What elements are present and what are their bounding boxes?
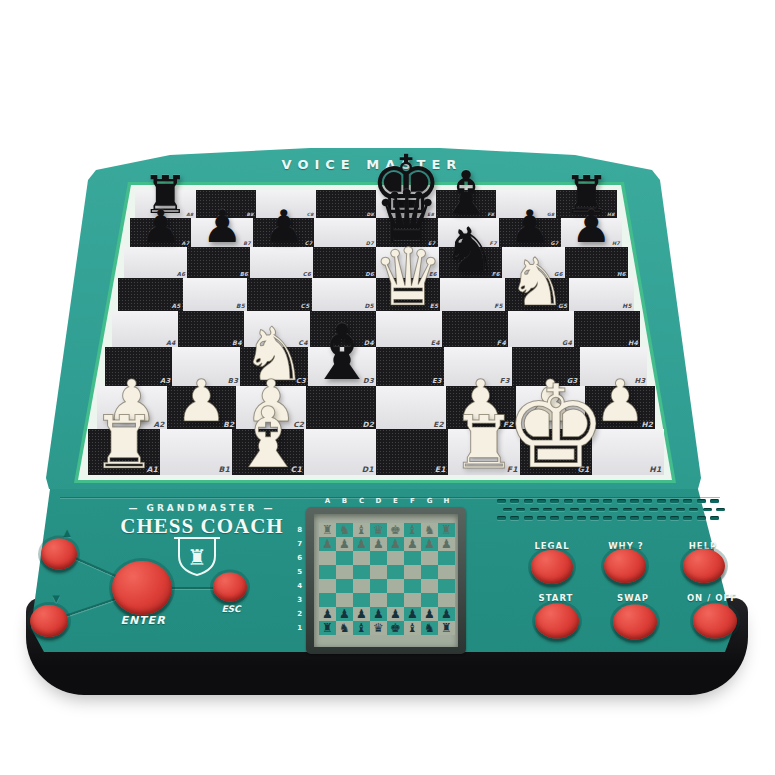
board-rank-7: A7B7C7D7E7F7G7H7: [130, 218, 622, 247]
square-coordinate: H8: [607, 213, 615, 218]
lcd-square-d2: ♟: [370, 607, 387, 621]
lcd-square-c4: [353, 579, 370, 593]
speaker-dash: [577, 516, 586, 520]
board-rank-3: A3B3C3D3E3F3G3H3: [105, 347, 648, 386]
speaker-dash: [577, 499, 586, 503]
square-coordinate: F3: [500, 378, 510, 385]
square-coordinate: D2: [362, 421, 374, 428]
square-coordinate: E4: [431, 340, 440, 346]
lcd-rank-label-1: 1: [292, 624, 302, 632]
lcd-file-label-b: B: [342, 497, 347, 505]
square-coordinate: E1: [435, 466, 446, 474]
speaker-dash: [617, 499, 626, 503]
square-a6[interactable]: A6: [124, 247, 187, 278]
speaker-dash: [543, 508, 552, 512]
lcd-piece-white-pawn: ♟: [373, 607, 384, 621]
lcd-square-g6: [421, 551, 438, 565]
square-coordinate: C3: [296, 378, 306, 385]
square-c6[interactable]: C6: [250, 247, 313, 278]
square-d5[interactable]: D5: [312, 278, 376, 311]
square-coordinate: F6: [492, 272, 500, 277]
lcd-square-f3: [404, 593, 421, 607]
lcd-piece-white-bishop: ♝: [407, 621, 418, 635]
lcd-square-h1: ♜: [438, 621, 455, 635]
lcd-square-g2: ♟: [421, 607, 438, 621]
lcd-square-d1: ♛: [370, 621, 387, 635]
square-coordinate: G8: [547, 213, 554, 218]
square-a7[interactable]: A7: [130, 218, 192, 247]
lcd-square-c8: ♝: [353, 523, 370, 537]
lcd-piece-black-bishop: ♝: [407, 523, 418, 537]
lcd-piece-white-rook: ♜: [441, 621, 452, 635]
lcd-square-a8: ♜: [319, 523, 336, 537]
square-coordinate: G4: [562, 340, 572, 346]
speaker-dash: [697, 516, 706, 520]
square-g4[interactable]: G4: [508, 311, 574, 347]
square-coordinate: H4: [628, 340, 638, 346]
square-coordinate: E7: [428, 241, 435, 246]
square-a3[interactable]: A3: [105, 347, 173, 386]
square-coordinate: B1: [218, 466, 230, 474]
speaker-dash: [550, 499, 559, 503]
lcd-square-e2: ♟: [387, 607, 404, 621]
square-d4[interactable]: D4: [310, 311, 376, 347]
speaker-dash: [564, 499, 573, 503]
speaker-dash: [630, 516, 639, 520]
square-coordinate: B3: [228, 378, 238, 385]
why-button[interactable]: [604, 549, 646, 583]
square-coordinate: G5: [558, 304, 567, 310]
lcd-piece-white-pawn: ♟: [441, 607, 452, 621]
lcd-square-b6: [336, 551, 353, 565]
speaker-dash: [657, 516, 666, 520]
lcd-file-label-g: G: [427, 497, 433, 505]
lcd-piece-white-pawn: ♟: [339, 607, 350, 621]
lcd-square-e4: [387, 579, 404, 593]
speaker-dash: [643, 516, 652, 520]
square-coordinate: H6: [617, 272, 626, 277]
lcd-file-label-f: F: [410, 497, 415, 505]
square-coordinate: B5: [236, 304, 245, 310]
speaker-dash: [617, 516, 626, 520]
lcd-square-a4: [319, 579, 336, 593]
lcd-square-f6: [404, 551, 421, 565]
square-b2[interactable]: B2: [167, 386, 237, 429]
square-f4[interactable]: F4: [442, 311, 508, 347]
swap-label: SWAP: [617, 593, 649, 603]
square-e5[interactable]: E5: [376, 278, 440, 311]
lcd-file-label-c: C: [359, 497, 364, 505]
square-coordinate: G1: [577, 466, 589, 474]
lcd-piece-white-pawn: ♟: [356, 607, 367, 621]
speaker-dash: [623, 508, 632, 512]
lcd-square-e7: ♟: [387, 537, 404, 551]
square-f5[interactable]: F5: [440, 278, 504, 311]
square-d6[interactable]: D6: [313, 247, 376, 278]
speaker-dash: [497, 516, 506, 520]
board-rank-4: A4B4C4D4E4F4G4H4: [112, 311, 641, 347]
square-b1[interactable]: B1: [160, 429, 232, 475]
square-h4[interactable]: H4: [574, 311, 640, 347]
square-coordinate: A1: [146, 466, 158, 474]
square-h7[interactable]: H7: [561, 218, 623, 247]
board-rank-2: A2B2C2D2E2F2G2H2: [97, 386, 655, 429]
lcd-piece-black-pawn: ♟: [424, 537, 435, 551]
square-e8[interactable]: E8: [376, 190, 436, 218]
square-coordinate: D3: [363, 378, 374, 385]
lcd-square-e8: ♚: [387, 523, 404, 537]
square-e3[interactable]: E3: [376, 347, 444, 386]
lcd-piece-white-knight: ♞: [339, 621, 350, 635]
lcd-square-b1: ♞: [336, 621, 353, 635]
lcd-square-h2: ♟: [438, 607, 455, 621]
square-e2[interactable]: E2: [376, 386, 446, 429]
lcd-square-a6: [319, 551, 336, 565]
up-arrow-icon: ▲: [63, 528, 71, 538]
lcd-square-h4: [438, 579, 455, 593]
square-coordinate: E3: [432, 378, 442, 385]
lcd-piece-black-knight: ♞: [339, 523, 350, 537]
square-c2[interactable]: C2: [236, 386, 306, 429]
esc-label: ESC: [221, 604, 240, 614]
lcd-square-d7: ♟: [370, 537, 387, 551]
lcd-square-b7: ♟: [336, 537, 353, 551]
lcd-square-c6: [353, 551, 370, 565]
square-h6[interactable]: H6: [565, 247, 628, 278]
board-rank-1: A1B1C1D1E1F1G1H1: [88, 429, 663, 475]
square-coordinate: H5: [622, 304, 632, 310]
square-e1[interactable]: E1: [376, 429, 448, 475]
square-coordinate: A8: [186, 213, 193, 218]
lcd-square-c3: [353, 593, 370, 607]
lcd-square-a7: ♟: [319, 537, 336, 551]
lcd-square-f1: ♝: [404, 621, 421, 635]
lcd-piece-white-knight: ♞: [424, 621, 435, 635]
square-coordinate: D4: [364, 340, 374, 346]
lcd-piece-white-pawn: ♟: [407, 607, 418, 621]
speaker-dash: [697, 499, 706, 503]
square-b4[interactable]: B4: [178, 311, 244, 347]
speaker-dash: [603, 499, 612, 503]
square-coordinate: C8: [307, 213, 314, 218]
up-button[interactable]: [41, 539, 77, 570]
lcd-square-g8: ♞: [421, 523, 438, 537]
square-d3[interactable]: D3: [308, 347, 376, 386]
speaker-dash: [703, 508, 712, 512]
speaker-dash: [710, 516, 719, 520]
speaker-dash: [676, 508, 685, 512]
speaker-dash: [583, 508, 592, 512]
enter-label: ENTER: [120, 614, 165, 627]
legal-button[interactable]: [531, 550, 573, 584]
speaker-dash: [689, 508, 698, 512]
lcd-rank-label-4: 4: [292, 582, 302, 590]
speaker-dash: [710, 499, 719, 503]
lcd-file-label-d: D: [376, 497, 382, 505]
lcd-square-f5: [404, 565, 421, 579]
square-e6[interactable]: E6: [376, 247, 439, 278]
square-coordinate: H7: [612, 241, 620, 246]
square-coordinate: D1: [362, 466, 374, 474]
lcd-piece-white-king: ♚: [390, 621, 401, 635]
square-coordinate: A2: [153, 421, 164, 428]
lcd-rank-label-7: 7: [292, 540, 302, 548]
square-a1[interactable]: A1: [88, 429, 160, 475]
square-coordinate: D8: [367, 213, 374, 218]
speaker-dash: [550, 516, 559, 520]
square-b3[interactable]: B3: [172, 347, 240, 386]
square-coordinate: B6: [240, 272, 248, 277]
lcd-square-h6: [438, 551, 455, 565]
square-coordinate: F7: [490, 241, 497, 246]
lcd-square-b4: [336, 579, 353, 593]
square-coordinate: H3: [634, 378, 645, 385]
onoff-button[interactable]: [693, 604, 737, 639]
speaker-dash: [649, 508, 658, 512]
board-title: VOICE MASTER: [232, 157, 512, 172]
square-c1[interactable]: C1: [232, 429, 304, 475]
lcd-square-e6: [387, 551, 404, 565]
groove-line: [168, 587, 214, 589]
square-b6[interactable]: B6: [187, 247, 250, 278]
lcd-piece-black-knight: ♞: [424, 523, 435, 537]
speaker-dash: [670, 516, 679, 520]
square-e7[interactable]: E7: [376, 218, 438, 247]
speaker-dash: [503, 508, 512, 512]
board-rank-6: A6B6C6D6E6F6G6H6: [124, 247, 627, 278]
square-f2[interactable]: F2: [446, 386, 516, 429]
down-button[interactable]: [30, 605, 68, 637]
speaker-dash: [596, 508, 605, 512]
square-coordinate: F4: [497, 340, 506, 346]
lcd-square-h8: ♜: [438, 523, 455, 537]
speaker-dash: [530, 508, 539, 512]
lcd-square-f2: ♟: [404, 607, 421, 621]
square-g7[interactable]: G7: [499, 218, 561, 247]
lcd-square-c5: [353, 565, 370, 579]
lcd-square-a5: [319, 565, 336, 579]
square-d7[interactable]: D7: [314, 218, 376, 247]
down-arrow-icon: ▼: [52, 594, 60, 604]
square-coordinate: F5: [494, 304, 503, 310]
square-coordinate: C2: [293, 421, 304, 428]
lcd-file-label-e: E: [393, 497, 398, 505]
square-g2[interactable]: G2: [516, 386, 586, 429]
square-b8[interactable]: B8: [196, 190, 256, 218]
square-d1[interactable]: D1: [304, 429, 376, 475]
lcd-square-h5: [438, 565, 455, 579]
square-coordinate: C6: [303, 272, 311, 277]
square-c3[interactable]: C3: [240, 347, 308, 386]
square-f1[interactable]: F1: [448, 429, 520, 475]
lcd-rank-label-8: 8: [292, 526, 302, 534]
lcd-piece-black-pawn: ♟: [373, 537, 384, 551]
lcd-square-b2: ♟: [336, 607, 353, 621]
square-coordinate: F1: [507, 466, 518, 474]
swap-button[interactable]: [613, 605, 657, 640]
square-coordinate: A7: [182, 241, 190, 246]
lcd-rank-label-2: 2: [292, 610, 302, 618]
speaker-dash: [716, 508, 725, 512]
square-b5[interactable]: B5: [183, 278, 247, 311]
square-coordinate: D7: [366, 241, 374, 246]
lcd-piece-black-pawn: ♟: [390, 537, 401, 551]
lcd-square-h3: [438, 593, 455, 607]
square-coordinate: H1: [649, 466, 661, 474]
speaker-dash: [657, 499, 666, 503]
lcd-square-h7: ♟: [438, 537, 455, 551]
square-d8[interactable]: D8: [316, 190, 376, 218]
speaker-dash: [524, 499, 533, 503]
help-button[interactable]: [683, 549, 725, 583]
square-coordinate: B7: [243, 241, 251, 246]
speaker-dash: [497, 499, 506, 503]
square-g6[interactable]: G6: [502, 247, 565, 278]
square-h5[interactable]: H5: [569, 278, 633, 311]
lcd-piece-black-pawn: ♟: [356, 537, 367, 551]
square-c7[interactable]: C7: [253, 218, 315, 247]
board-rank-8: A8B8C8D8E8F8G8H8: [135, 190, 616, 218]
speaker-dash: [630, 499, 639, 503]
lcd-piece-black-pawn: ♟: [322, 537, 333, 551]
lcd-square-a3: [319, 593, 336, 607]
lcd-piece-black-bishop: ♝: [356, 523, 367, 537]
square-coordinate: C1: [291, 466, 303, 474]
lcd-piece-white-pawn: ♟: [322, 607, 333, 621]
square-h8[interactable]: H8: [556, 190, 616, 218]
lcd-piece-white-queen: ♛: [373, 621, 384, 635]
lcd-piece-black-pawn: ♟: [339, 537, 350, 551]
lcd-square-b3: [336, 593, 353, 607]
square-coordinate: A6: [177, 272, 186, 277]
lcd-board: ♜♞♝♛♚♝♞♜♟♟♟♟♟♟♟♟♟♟♟♟♟♟♟♟♜♞♝♛♚♝♞♜: [319, 523, 455, 635]
lcd-square-c7: ♟: [353, 537, 370, 551]
square-c5[interactable]: C5: [247, 278, 311, 311]
square-c4[interactable]: C4: [244, 311, 310, 347]
square-coordinate: A3: [160, 378, 171, 385]
speaker-dash: [524, 516, 533, 520]
square-coordinate: C7: [305, 241, 313, 246]
speaker-dash: [683, 499, 692, 503]
speaker-dash: [537, 516, 546, 520]
square-coordinate: F8: [487, 213, 494, 218]
square-g8[interactable]: G8: [496, 190, 556, 218]
square-coordinate: C5: [301, 304, 310, 310]
square-a4[interactable]: A4: [112, 311, 178, 347]
lcd-square-a1: ♜: [319, 621, 336, 635]
chess-board: A8B8C8D8E8F8G8H8A7B7C7D7E7F7G7H7A6B6C6D6…: [0, 0, 775, 775]
svg-text:♜: ♜: [187, 545, 207, 570]
square-g1[interactable]: G1: [520, 429, 592, 475]
speaker-dash: [643, 499, 652, 503]
speaker-dash: [516, 508, 525, 512]
speaker-dash: [609, 508, 618, 512]
square-coordinate: A5: [171, 304, 180, 310]
brand-line: — GRANDMASTER —: [128, 503, 276, 513]
lcd-square-g7: ♟: [421, 537, 438, 551]
square-coordinate: E6: [429, 272, 437, 277]
square-f3[interactable]: F3: [444, 347, 512, 386]
speaker-dash: [603, 516, 612, 520]
lcd-square-g4: [421, 579, 438, 593]
lcd-square-d3: [370, 593, 387, 607]
square-coordinate: G2: [572, 421, 584, 428]
lcd-file-label-a: A: [325, 497, 330, 505]
speaker-dash: [564, 516, 573, 520]
speaker-dash: [670, 499, 679, 503]
square-a5[interactable]: A5: [118, 278, 182, 311]
square-b7[interactable]: B7: [191, 218, 253, 247]
square-d2[interactable]: D2: [306, 386, 376, 429]
square-coordinate: G6: [554, 272, 563, 277]
lcd-rank-label-6: 6: [292, 554, 302, 562]
lcd-square-d6: [370, 551, 387, 565]
square-e4[interactable]: E4: [376, 311, 442, 347]
speaker-dash: [590, 516, 599, 520]
lcd-rank-label-3: 3: [292, 596, 302, 604]
lcd-piece-white-rook: ♜: [322, 621, 333, 635]
square-a8[interactable]: A8: [135, 190, 195, 218]
speaker-dash: [556, 508, 565, 512]
lcd-square-g5: [421, 565, 438, 579]
square-h1[interactable]: H1: [592, 429, 664, 475]
square-coordinate: C4: [298, 340, 308, 346]
square-h3[interactable]: H3: [580, 347, 648, 386]
square-f6[interactable]: F6: [439, 247, 502, 278]
square-g3[interactable]: G3: [512, 347, 580, 386]
square-g5[interactable]: G5: [505, 278, 569, 311]
lcd-piece-white-pawn: ♟: [424, 607, 435, 621]
square-a2[interactable]: A2: [97, 386, 167, 429]
lcd-square-g1: ♞: [421, 621, 438, 635]
speaker-dash: [570, 508, 579, 512]
square-f7[interactable]: F7: [438, 218, 500, 247]
square-h2[interactable]: H2: [585, 386, 655, 429]
lcd-rank-label-5: 5: [292, 568, 302, 576]
onoff-label: ON / OFF: [687, 593, 737, 603]
lcd-square-d5: [370, 565, 387, 579]
enter-button[interactable]: [112, 561, 172, 615]
esc-button[interactable]: [213, 573, 247, 602]
lcd-square-f8: ♝: [404, 523, 421, 537]
square-c8[interactable]: C8: [256, 190, 316, 218]
start-button[interactable]: [535, 604, 579, 639]
square-coordinate: F2: [503, 421, 514, 428]
lcd-square-e5: [387, 565, 404, 579]
square-coordinate: B8: [246, 213, 253, 218]
lcd-piece-black-rook: ♜: [441, 523, 452, 537]
speaker-dash: [510, 499, 519, 503]
square-coordinate: E5: [430, 304, 439, 310]
square-coordinate: H2: [642, 421, 654, 428]
square-coordinate: B2: [223, 421, 234, 428]
board-rank-5: A5B5C5D5E5F5G5H5: [118, 278, 634, 311]
speaker-dash: [590, 499, 599, 503]
square-coordinate: E2: [433, 421, 444, 428]
lcd-square-e3: [387, 593, 404, 607]
speaker-dash: [636, 508, 645, 512]
lcd-square-f7: ♟: [404, 537, 421, 551]
lcd-piece-black-queen: ♛: [373, 523, 384, 537]
square-coordinate: E8: [427, 213, 434, 218]
speaker-dash: [537, 499, 546, 503]
square-f8[interactable]: F8: [436, 190, 496, 218]
lcd-square-e1: ♚: [387, 621, 404, 635]
lcd-square-b8: ♞: [336, 523, 353, 537]
rook-shield-crest-icon: ♜: [172, 534, 222, 578]
square-coordinate: G7: [550, 241, 558, 246]
lcd-square-d4: [370, 579, 387, 593]
